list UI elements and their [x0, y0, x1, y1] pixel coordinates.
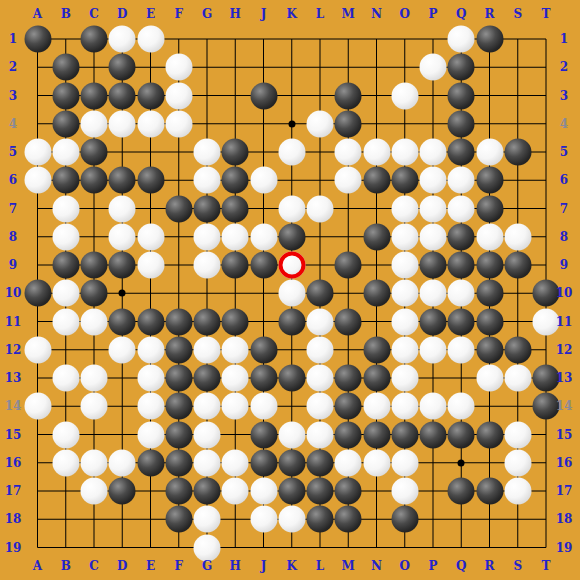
stone-D17[interactable]: [109, 478, 136, 505]
stone-H7[interactable]: [222, 195, 249, 222]
stone-S13[interactable]: [504, 365, 531, 392]
stone-B16[interactable]: [52, 449, 79, 476]
stone-K17[interactable]: [278, 478, 305, 505]
col-label-top-F: F: [174, 8, 183, 20]
stone-N10[interactable]: [363, 280, 390, 307]
row-label-right-16: 16: [556, 457, 573, 469]
stone-B6[interactable]: [52, 167, 79, 194]
stone-R11[interactable]: [476, 308, 503, 335]
stone-S17[interactable]: [504, 478, 531, 505]
stone-J16[interactable]: [250, 449, 277, 476]
stone-H17[interactable]: [222, 478, 249, 505]
stone-B11[interactable]: [52, 308, 79, 335]
row-label-left-5: 5: [9, 146, 17, 158]
stone-E16[interactable]: [137, 449, 164, 476]
stone-L18[interactable]: [307, 506, 334, 533]
col-label-top-B: B: [61, 8, 71, 20]
stone-B15[interactable]: [52, 421, 79, 448]
row-label-left-13: 13: [5, 372, 22, 384]
stone-J14[interactable]: [250, 393, 277, 420]
stone-M4[interactable]: [335, 110, 362, 137]
row-label-left-7: 7: [9, 203, 17, 215]
stone-E1[interactable]: [137, 26, 164, 53]
stone-P7[interactable]: [420, 195, 447, 222]
star-point-Q16: [458, 459, 465, 466]
stone-Q5[interactable]: [448, 139, 475, 166]
stone-Q9[interactable]: [448, 252, 475, 279]
stone-P10[interactable]: [420, 280, 447, 307]
stone-O15[interactable]: [391, 421, 418, 448]
stone-S8[interactable]: [504, 223, 531, 250]
stone-L13[interactable]: [307, 365, 334, 392]
row-label-right-11: 11: [556, 316, 573, 328]
stone-J8[interactable]: [250, 223, 277, 250]
stone-E12[interactable]: [137, 336, 164, 363]
stone-A1[interactable]: [24, 26, 51, 53]
stone-B10[interactable]: [52, 280, 79, 307]
stone-M6[interactable]: [335, 167, 362, 194]
col-label-top-A: A: [33, 8, 42, 20]
stone-M13[interactable]: [335, 365, 362, 392]
stone-O12[interactable]: [391, 336, 418, 363]
stone-C13[interactable]: [81, 365, 108, 392]
stone-F17[interactable]: [165, 478, 192, 505]
stone-F13[interactable]: [165, 365, 192, 392]
stone-N15[interactable]: [363, 421, 390, 448]
stone-H13[interactable]: [222, 365, 249, 392]
stone-N5[interactable]: [363, 139, 390, 166]
stone-G11[interactable]: [194, 308, 221, 335]
stone-H12[interactable]: [222, 336, 249, 363]
stone-O13[interactable]: [391, 365, 418, 392]
stone-S15[interactable]: [504, 421, 531, 448]
stone-S9[interactable]: [504, 252, 531, 279]
stone-M16[interactable]: [335, 449, 362, 476]
stone-Q11[interactable]: [448, 308, 475, 335]
stone-K13[interactable]: [278, 365, 305, 392]
stone-Q17[interactable]: [448, 478, 475, 505]
col-label-top-E: E: [146, 8, 155, 20]
stone-J18[interactable]: [250, 506, 277, 533]
row-label-right-6: 6: [560, 174, 568, 186]
col-label-bottom-D: D: [117, 560, 127, 572]
stone-O17[interactable]: [391, 478, 418, 505]
stone-C3[interactable]: [81, 82, 108, 109]
col-label-top-O: O: [400, 8, 410, 20]
stone-C1[interactable]: [81, 26, 108, 53]
stone-N13[interactable]: [363, 365, 390, 392]
stone-C4[interactable]: [81, 110, 108, 137]
stone-O3[interactable]: [391, 82, 418, 109]
stone-G16[interactable]: [194, 449, 221, 476]
stone-F7[interactable]: [165, 195, 192, 222]
col-label-top-C: C: [89, 8, 99, 20]
col-label-bottom-N: N: [371, 560, 382, 572]
stone-B7[interactable]: [52, 195, 79, 222]
stone-P11[interactable]: [420, 308, 447, 335]
go-board[interactable]: AABBCCDDEEFFGGHHJJKKLLMMNNOOPPQQRRSSTT11…: [0, 0, 580, 580]
stone-O11[interactable]: [391, 308, 418, 335]
row-label-left-17: 17: [5, 485, 22, 497]
stone-C5[interactable]: [81, 139, 108, 166]
stone-H16[interactable]: [222, 449, 249, 476]
stone-A10[interactable]: [24, 280, 51, 307]
stone-B4[interactable]: [52, 110, 79, 137]
stone-G7[interactable]: [194, 195, 221, 222]
stone-Q12[interactable]: [448, 336, 475, 363]
stone-R17[interactable]: [476, 478, 503, 505]
stone-H9[interactable]: [222, 252, 249, 279]
stone-O10[interactable]: [391, 280, 418, 307]
row-label-right-10: 10: [556, 287, 573, 299]
stone-B2[interactable]: [52, 54, 79, 81]
col-label-bottom-C: C: [89, 560, 99, 572]
stone-G6[interactable]: [194, 167, 221, 194]
stone-F3[interactable]: [165, 82, 192, 109]
col-label-top-L: L: [316, 8, 324, 20]
stone-N6[interactable]: [363, 167, 390, 194]
col-label-bottom-R: R: [485, 560, 495, 572]
stone-D2[interactable]: [109, 54, 136, 81]
stone-J12[interactable]: [250, 336, 277, 363]
stone-R12[interactable]: [476, 336, 503, 363]
stone-M5[interactable]: [335, 139, 362, 166]
col-label-bottom-O: O: [400, 560, 410, 572]
stone-H11[interactable]: [222, 308, 249, 335]
stone-K10[interactable]: [278, 280, 305, 307]
stone-M17[interactable]: [335, 478, 362, 505]
col-label-bottom-T: T: [542, 560, 551, 572]
row-label-left-9: 9: [9, 259, 17, 271]
stone-B8[interactable]: [52, 223, 79, 250]
stone-C6[interactable]: [81, 167, 108, 194]
stone-O7[interactable]: [391, 195, 418, 222]
stone-M15[interactable]: [335, 421, 362, 448]
stone-D3[interactable]: [109, 82, 136, 109]
col-label-bottom-E: E: [146, 560, 155, 572]
col-label-bottom-K: K: [287, 560, 297, 572]
stone-H14[interactable]: [222, 393, 249, 420]
row-label-right-9: 9: [560, 259, 568, 271]
stone-Q6[interactable]: [448, 167, 475, 194]
stone-F18[interactable]: [165, 506, 192, 533]
stone-C16[interactable]: [81, 449, 108, 476]
stone-R5[interactable]: [476, 139, 503, 166]
stone-J17[interactable]: [250, 478, 277, 505]
stone-H5[interactable]: [222, 139, 249, 166]
stone-F4[interactable]: [165, 110, 192, 137]
stone-P8[interactable]: [420, 223, 447, 250]
stone-P9[interactable]: [420, 252, 447, 279]
stone-E3[interactable]: [137, 82, 164, 109]
row-label-left-3: 3: [9, 90, 17, 102]
stone-A6[interactable]: [24, 167, 51, 194]
row-label-left-12: 12: [5, 344, 22, 356]
row-label-right-5: 5: [560, 146, 568, 158]
stone-D11[interactable]: [109, 308, 136, 335]
row-label-left-8: 8: [9, 231, 17, 243]
stone-S5[interactable]: [504, 139, 531, 166]
stone-D7[interactable]: [109, 195, 136, 222]
row-label-left-6: 6: [9, 174, 17, 186]
stone-P6[interactable]: [420, 167, 447, 194]
stone-P15[interactable]: [420, 421, 447, 448]
stone-S12[interactable]: [504, 336, 531, 363]
row-label-left-2: 2: [9, 61, 17, 73]
row-label-left-19: 19: [5, 542, 22, 554]
stone-O16[interactable]: [391, 449, 418, 476]
stone-L15[interactable]: [307, 421, 334, 448]
col-label-top-H: H: [230, 8, 241, 20]
stone-K18[interactable]: [278, 506, 305, 533]
stone-L10[interactable]: [307, 280, 334, 307]
stone-R10[interactable]: [476, 280, 503, 307]
col-label-bottom-F: F: [174, 560, 183, 572]
stone-K15[interactable]: [278, 421, 305, 448]
col-label-bottom-B: B: [61, 560, 71, 572]
stone-C14[interactable]: [81, 393, 108, 420]
stone-D16[interactable]: [109, 449, 136, 476]
row-label-left-4: 4: [9, 118, 17, 130]
stone-L14[interactable]: [307, 393, 334, 420]
stone-F14[interactable]: [165, 393, 192, 420]
col-label-bottom-L: L: [316, 560, 324, 572]
col-label-bottom-J: J: [261, 560, 267, 572]
stone-P2[interactable]: [420, 54, 447, 81]
stone-P5[interactable]: [420, 139, 447, 166]
col-label-top-J: J: [261, 8, 267, 20]
col-label-top-S: S: [513, 8, 522, 20]
stone-G18[interactable]: [194, 506, 221, 533]
col-label-top-N: N: [371, 8, 382, 20]
stone-E8[interactable]: [137, 223, 164, 250]
stone-B13[interactable]: [52, 365, 79, 392]
stone-L4[interactable]: [307, 110, 334, 137]
col-label-top-G: G: [202, 8, 212, 20]
stone-R1[interactable]: [476, 26, 503, 53]
stone-K5[interactable]: [278, 139, 305, 166]
stone-L12[interactable]: [307, 336, 334, 363]
stone-N16[interactable]: [363, 449, 390, 476]
row-label-right-12: 12: [556, 344, 573, 356]
col-label-top-K: K: [287, 8, 297, 20]
stone-M18[interactable]: [335, 506, 362, 533]
stone-E11[interactable]: [137, 308, 164, 335]
stone-Q10[interactable]: [448, 280, 475, 307]
stone-S16[interactable]: [504, 449, 531, 476]
stone-F2[interactable]: [165, 54, 192, 81]
last-move-marker: [278, 252, 305, 279]
col-label-bottom-Q: Q: [456, 560, 466, 572]
stone-G9[interactable]: [194, 252, 221, 279]
row-label-right-4: 4: [560, 118, 568, 130]
stone-R6[interactable]: [476, 167, 503, 194]
row-label-right-8: 8: [560, 231, 568, 243]
stone-F15[interactable]: [165, 421, 192, 448]
stone-G14[interactable]: [194, 393, 221, 420]
stone-C11[interactable]: [81, 308, 108, 335]
stone-G15[interactable]: [194, 421, 221, 448]
stone-J15[interactable]: [250, 421, 277, 448]
stone-M11[interactable]: [335, 308, 362, 335]
stone-A5[interactable]: [24, 139, 51, 166]
stone-J13[interactable]: [250, 365, 277, 392]
stone-E6[interactable]: [137, 167, 164, 194]
stone-K7[interactable]: [278, 195, 305, 222]
stone-A14[interactable]: [24, 393, 51, 420]
col-label-top-T: T: [542, 8, 551, 20]
stone-G19[interactable]: [194, 534, 221, 561]
row-label-left-15: 15: [5, 429, 22, 441]
stone-K16[interactable]: [278, 449, 305, 476]
stone-G5[interactable]: [194, 139, 221, 166]
star-point-K4: [288, 120, 295, 127]
stone-G8[interactable]: [194, 223, 221, 250]
row-label-left-11: 11: [5, 316, 22, 328]
stone-J3[interactable]: [250, 82, 277, 109]
col-label-bottom-M: M: [342, 560, 355, 572]
stone-P12[interactable]: [420, 336, 447, 363]
stone-R13[interactable]: [476, 365, 503, 392]
row-label-right-14: 14: [556, 400, 573, 412]
stone-R15[interactable]: [476, 421, 503, 448]
stone-M14[interactable]: [335, 393, 362, 420]
stone-Q7[interactable]: [448, 195, 475, 222]
stone-R9[interactable]: [476, 252, 503, 279]
stone-J6[interactable]: [250, 167, 277, 194]
stone-R7[interactable]: [476, 195, 503, 222]
row-label-left-16: 16: [5, 457, 22, 469]
stone-L7[interactable]: [307, 195, 334, 222]
stone-D1[interactable]: [109, 26, 136, 53]
stone-N14[interactable]: [363, 393, 390, 420]
stone-C10[interactable]: [81, 280, 108, 307]
row-label-right-7: 7: [560, 203, 568, 215]
stone-Q15[interactable]: [448, 421, 475, 448]
col-label-top-M: M: [342, 8, 355, 20]
stone-C17[interactable]: [81, 478, 108, 505]
stone-B9[interactable]: [52, 252, 79, 279]
stone-L16[interactable]: [307, 449, 334, 476]
row-label-left-1: 1: [9, 33, 17, 45]
stone-F11[interactable]: [165, 308, 192, 335]
stone-L11[interactable]: [307, 308, 334, 335]
stone-G12[interactable]: [194, 336, 221, 363]
stone-K11[interactable]: [278, 308, 305, 335]
row-label-right-17: 17: [556, 485, 573, 497]
stone-H8[interactable]: [222, 223, 249, 250]
stone-O18[interactable]: [391, 506, 418, 533]
stone-D9[interactable]: [109, 252, 136, 279]
stone-L17[interactable]: [307, 478, 334, 505]
stone-E13[interactable]: [137, 365, 164, 392]
col-label-top-R: R: [485, 8, 495, 20]
stone-D6[interactable]: [109, 167, 136, 194]
stone-R8[interactable]: [476, 223, 503, 250]
row-label-right-2: 2: [560, 61, 568, 73]
stone-O8[interactable]: [391, 223, 418, 250]
row-label-left-10: 10: [5, 287, 22, 299]
stone-K8[interactable]: [278, 223, 305, 250]
row-label-left-18: 18: [5, 513, 22, 525]
stone-F12[interactable]: [165, 336, 192, 363]
row-label-right-1: 1: [560, 33, 568, 45]
stone-J9[interactable]: [250, 252, 277, 279]
stone-C9[interactable]: [81, 252, 108, 279]
stone-Q2[interactable]: [448, 54, 475, 81]
stone-O14[interactable]: [391, 393, 418, 420]
stone-H6[interactable]: [222, 167, 249, 194]
stone-N8[interactable]: [363, 223, 390, 250]
stone-E15[interactable]: [137, 421, 164, 448]
col-label-bottom-A: A: [33, 560, 42, 572]
stone-M3[interactable]: [335, 82, 362, 109]
col-label-bottom-S: S: [513, 560, 522, 572]
stone-D4[interactable]: [109, 110, 136, 137]
col-label-bottom-H: H: [230, 560, 241, 572]
stone-D8[interactable]: [109, 223, 136, 250]
stone-B5[interactable]: [52, 139, 79, 166]
stone-G17[interactable]: [194, 478, 221, 505]
stone-E4[interactable]: [137, 110, 164, 137]
stone-Q4[interactable]: [448, 110, 475, 137]
row-label-right-3: 3: [560, 90, 568, 102]
stone-Q3[interactable]: [448, 82, 475, 109]
row-label-left-14: 14: [5, 400, 22, 412]
stone-N12[interactable]: [363, 336, 390, 363]
stone-Q8[interactable]: [448, 223, 475, 250]
stone-E14[interactable]: [137, 393, 164, 420]
stone-O9[interactable]: [391, 252, 418, 279]
stone-F16[interactable]: [165, 449, 192, 476]
col-label-bottom-G: G: [202, 560, 212, 572]
stone-O5[interactable]: [391, 139, 418, 166]
row-label-right-18: 18: [556, 513, 573, 525]
stone-Q1[interactable]: [448, 26, 475, 53]
row-label-right-15: 15: [556, 429, 573, 441]
col-label-top-Q: Q: [456, 8, 466, 20]
stone-G13[interactable]: [194, 365, 221, 392]
star-point-D10: [119, 290, 126, 297]
col-label-top-P: P: [428, 8, 437, 20]
stone-Q14[interactable]: [448, 393, 475, 420]
stone-P14[interactable]: [420, 393, 447, 420]
stone-E9[interactable]: [137, 252, 164, 279]
row-label-right-19: 19: [556, 542, 573, 554]
col-label-bottom-P: P: [428, 560, 437, 572]
col-label-top-D: D: [117, 8, 127, 20]
stone-O6[interactable]: [391, 167, 418, 194]
stone-B3[interactable]: [52, 82, 79, 109]
stone-A12[interactable]: [24, 336, 51, 363]
stone-D12[interactable]: [109, 336, 136, 363]
row-label-right-13: 13: [556, 372, 573, 384]
stone-M9[interactable]: [335, 252, 362, 279]
